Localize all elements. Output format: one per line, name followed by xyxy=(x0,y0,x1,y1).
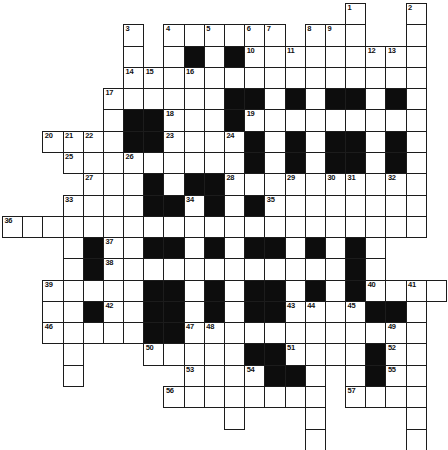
white-cell[interactable] xyxy=(204,216,225,238)
clue-number: 6 xyxy=(247,25,251,33)
white-cell[interactable] xyxy=(204,258,225,280)
clue-number: 2 xyxy=(408,4,412,12)
white-cell[interactable] xyxy=(325,67,346,89)
black-cell xyxy=(224,109,245,131)
white-cell[interactable] xyxy=(345,67,366,89)
white-cell[interactable] xyxy=(123,258,144,280)
white-cell[interactable]: 20 xyxy=(42,131,63,153)
white-cell[interactable]: 22 xyxy=(83,131,104,153)
white-cell[interactable] xyxy=(103,280,124,302)
white-cell[interactable] xyxy=(426,280,447,302)
clue-number: 56 xyxy=(166,387,174,395)
black-cell xyxy=(264,237,285,259)
white-cell[interactable] xyxy=(42,216,63,238)
black-cell xyxy=(365,365,386,387)
white-cell[interactable] xyxy=(204,88,225,110)
white-cell[interactable] xyxy=(264,173,285,195)
white-cell[interactable] xyxy=(184,24,205,46)
clue-number: 19 xyxy=(247,110,255,118)
clue-number: 9 xyxy=(327,25,331,33)
white-cell[interactable]: 48 xyxy=(204,322,225,344)
white-cell[interactable]: 17 xyxy=(103,88,124,110)
white-cell[interactable] xyxy=(285,258,306,280)
white-cell[interactable] xyxy=(406,173,427,195)
clue-number: 43 xyxy=(287,302,295,310)
white-cell[interactable] xyxy=(184,301,205,323)
white-cell[interactable]: 34 xyxy=(184,195,205,217)
white-cell[interactable] xyxy=(103,195,124,217)
white-cell[interactable] xyxy=(123,237,144,259)
white-cell[interactable] xyxy=(264,67,285,89)
white-cell[interactable] xyxy=(83,322,104,344)
white-cell[interactable] xyxy=(345,46,366,68)
white-cell[interactable] xyxy=(204,109,225,131)
white-cell[interactable]: 18 xyxy=(163,109,184,131)
white-cell[interactable] xyxy=(305,173,326,195)
black-cell xyxy=(385,131,406,153)
white-cell[interactable] xyxy=(345,216,366,238)
black-cell xyxy=(244,88,265,110)
white-cell[interactable] xyxy=(365,258,386,280)
white-cell[interactable] xyxy=(325,258,346,280)
white-cell[interactable] xyxy=(224,216,245,238)
white-cell[interactable] xyxy=(244,322,265,344)
clue-number: 37 xyxy=(105,238,113,246)
black-cell xyxy=(244,343,265,365)
white-cell[interactable] xyxy=(204,365,225,387)
white-cell[interactable] xyxy=(163,46,184,68)
clue-number: 33 xyxy=(65,196,73,204)
black-cell xyxy=(143,280,164,302)
white-cell[interactable] xyxy=(285,322,306,344)
white-cell[interactable] xyxy=(305,386,326,408)
white-cell[interactable] xyxy=(365,195,386,217)
white-cell[interactable] xyxy=(204,46,225,68)
white-cell[interactable] xyxy=(305,322,326,344)
white-cell[interactable]: 30 xyxy=(325,173,346,195)
white-cell[interactable]: 42 xyxy=(103,301,124,323)
white-cell[interactable] xyxy=(264,258,285,280)
white-cell[interactable] xyxy=(345,365,366,387)
white-cell[interactable]: 25 xyxy=(63,152,84,174)
white-cell[interactable] xyxy=(163,67,184,89)
white-cell[interactable] xyxy=(325,216,346,238)
white-cell[interactable] xyxy=(244,67,265,89)
white-cell[interactable]: 46 xyxy=(42,322,63,344)
white-cell[interactable] xyxy=(385,280,406,302)
white-cell[interactable] xyxy=(224,407,245,429)
white-cell[interactable] xyxy=(305,152,326,174)
white-cell[interactable] xyxy=(42,301,63,323)
white-cell[interactable] xyxy=(285,67,306,89)
white-cell[interactable] xyxy=(325,46,346,68)
white-cell[interactable]: 53 xyxy=(184,365,205,387)
white-cell[interactable] xyxy=(163,88,184,110)
white-cell[interactable]: 35 xyxy=(264,195,285,217)
clue-number: 31 xyxy=(348,174,356,182)
white-cell[interactable] xyxy=(83,195,104,217)
clue-number: 52 xyxy=(388,344,396,352)
white-cell[interactable] xyxy=(385,216,406,238)
white-cell[interactable] xyxy=(305,46,326,68)
white-cell[interactable] xyxy=(264,152,285,174)
black-cell xyxy=(285,131,306,153)
white-cell[interactable]: 51 xyxy=(285,343,306,365)
white-cell[interactable] xyxy=(325,280,346,302)
white-cell[interactable] xyxy=(123,46,144,68)
black-cell xyxy=(224,88,245,110)
white-cell[interactable] xyxy=(244,216,265,238)
white-cell[interactable] xyxy=(305,195,326,217)
white-cell[interactable] xyxy=(103,131,124,153)
white-cell[interactable]: 2 xyxy=(406,3,427,25)
black-cell xyxy=(204,280,225,302)
black-cell xyxy=(83,258,104,280)
black-cell xyxy=(345,152,366,174)
clue-number: 47 xyxy=(186,323,194,331)
clue-number: 30 xyxy=(327,174,335,182)
white-cell[interactable] xyxy=(123,301,144,323)
white-cell[interactable] xyxy=(224,343,245,365)
white-cell[interactable]: 29 xyxy=(285,173,306,195)
white-cell[interactable]: 15 xyxy=(143,67,164,89)
white-cell[interactable] xyxy=(385,109,406,131)
white-cell[interactable] xyxy=(285,386,306,408)
white-cell[interactable] xyxy=(305,67,326,89)
white-cell[interactable]: 44 xyxy=(305,301,326,323)
white-cell[interactable] xyxy=(406,88,427,110)
white-cell[interactable] xyxy=(365,216,386,238)
white-cell[interactable] xyxy=(345,343,366,365)
white-cell[interactable]: 47 xyxy=(184,322,205,344)
white-cell[interactable]: 27 xyxy=(83,173,104,195)
white-cell[interactable] xyxy=(244,173,265,195)
white-cell[interactable] xyxy=(285,216,306,238)
white-cell[interactable]: 21 xyxy=(63,131,84,153)
black-cell xyxy=(184,46,205,68)
white-cell[interactable]: 16 xyxy=(184,67,205,89)
white-cell[interactable]: 5 xyxy=(204,24,225,46)
black-cell xyxy=(143,173,164,195)
white-cell[interactable] xyxy=(163,258,184,280)
white-cell[interactable] xyxy=(305,258,326,280)
white-cell[interactable] xyxy=(22,216,43,238)
white-cell[interactable] xyxy=(83,152,104,174)
white-cell[interactable] xyxy=(406,301,427,323)
white-cell[interactable] xyxy=(406,322,427,344)
white-cell[interactable] xyxy=(406,67,427,89)
white-cell[interactable] xyxy=(406,343,427,365)
white-cell[interactable] xyxy=(184,88,205,110)
white-cell[interactable]: 14 xyxy=(123,67,144,89)
white-cell[interactable] xyxy=(224,152,245,174)
white-cell[interactable] xyxy=(406,152,427,174)
white-cell[interactable]: 23 xyxy=(163,131,184,153)
white-cell[interactable] xyxy=(143,216,164,238)
black-cell xyxy=(244,152,265,174)
clue-number: 12 xyxy=(368,47,376,55)
clue-number: 44 xyxy=(307,302,315,310)
white-cell[interactable] xyxy=(184,216,205,238)
white-cell[interactable]: 31 xyxy=(345,173,366,195)
white-cell[interactable] xyxy=(163,152,184,174)
white-cell[interactable] xyxy=(163,216,184,238)
white-cell[interactable] xyxy=(224,301,245,323)
white-cell[interactable]: 32 xyxy=(385,173,406,195)
white-cell[interactable] xyxy=(345,195,366,217)
white-cell[interactable] xyxy=(123,216,144,238)
white-cell[interactable]: 26 xyxy=(123,152,144,174)
black-cell xyxy=(244,131,265,153)
white-cell[interactable]: 10 xyxy=(244,46,265,68)
white-cell[interactable] xyxy=(264,131,285,153)
white-cell[interactable] xyxy=(103,322,124,344)
white-cell[interactable] xyxy=(163,343,184,365)
white-cell[interactable] xyxy=(365,131,386,153)
white-cell[interactable] xyxy=(264,216,285,238)
white-cell[interactable]: 7 xyxy=(264,24,285,46)
black-cell xyxy=(204,237,225,259)
white-cell[interactable]: 54 xyxy=(244,365,265,387)
white-cell[interactable] xyxy=(365,67,386,89)
white-cell[interactable] xyxy=(123,195,144,217)
white-cell[interactable] xyxy=(63,322,84,344)
black-cell xyxy=(345,280,366,302)
white-cell[interactable] xyxy=(123,88,144,110)
clue-number: 48 xyxy=(206,323,214,331)
clue-number: 29 xyxy=(287,174,295,182)
white-cell[interactable] xyxy=(305,365,326,387)
white-cell[interactable] xyxy=(345,322,366,344)
white-cell[interactable] xyxy=(184,237,205,259)
white-cell[interactable] xyxy=(204,67,225,89)
white-cell[interactable] xyxy=(345,109,366,131)
white-cell[interactable]: 1 xyxy=(345,3,366,25)
white-cell[interactable] xyxy=(345,24,366,46)
white-cell[interactable] xyxy=(406,429,427,450)
white-cell[interactable]: 33 xyxy=(63,195,84,217)
white-cell[interactable] xyxy=(244,258,265,280)
white-cell[interactable] xyxy=(224,386,245,408)
clue-number: 49 xyxy=(388,323,396,331)
white-cell[interactable]: 36 xyxy=(2,216,23,238)
white-cell[interactable] xyxy=(103,109,124,131)
white-cell[interactable] xyxy=(123,322,144,344)
white-cell[interactable]: 37 xyxy=(103,237,124,259)
white-cell[interactable] xyxy=(305,343,326,365)
white-cell[interactable] xyxy=(224,280,245,302)
white-cell[interactable] xyxy=(325,195,346,217)
white-cell[interactable] xyxy=(224,24,245,46)
white-cell[interactable] xyxy=(103,173,124,195)
white-cell[interactable] xyxy=(406,365,427,387)
white-cell[interactable] xyxy=(63,343,84,365)
white-cell[interactable] xyxy=(264,322,285,344)
white-cell[interactable] xyxy=(305,429,326,450)
white-cell[interactable] xyxy=(385,195,406,217)
black-cell xyxy=(264,365,285,387)
white-cell[interactable] xyxy=(184,343,205,365)
white-cell[interactable] xyxy=(184,152,205,174)
white-cell[interactable] xyxy=(406,216,427,238)
white-cell[interactable] xyxy=(184,258,205,280)
white-cell[interactable] xyxy=(264,386,285,408)
white-cell[interactable] xyxy=(123,280,144,302)
black-cell xyxy=(244,195,265,217)
white-cell[interactable]: 45 xyxy=(345,301,366,323)
white-cell[interactable]: 13 xyxy=(385,46,406,68)
white-cell[interactable] xyxy=(325,343,346,365)
clue-number: 39 xyxy=(45,281,53,289)
white-cell[interactable] xyxy=(305,109,326,131)
white-cell[interactable] xyxy=(224,258,245,280)
white-cell[interactable] xyxy=(224,195,245,217)
white-cell[interactable] xyxy=(143,152,164,174)
white-cell[interactable] xyxy=(285,280,306,302)
white-cell[interactable] xyxy=(385,67,406,89)
white-cell[interactable]: 8 xyxy=(305,24,326,46)
white-cell[interactable]: 19 xyxy=(244,109,265,131)
clue-number: 38 xyxy=(105,259,113,267)
white-cell[interactable] xyxy=(285,237,306,259)
white-cell[interactable] xyxy=(143,258,164,280)
white-cell[interactable]: 3 xyxy=(123,24,144,46)
white-cell[interactable] xyxy=(184,131,205,153)
white-cell[interactable]: 28 xyxy=(224,173,245,195)
white-cell[interactable] xyxy=(406,109,427,131)
white-cell[interactable] xyxy=(103,152,124,174)
white-cell[interactable] xyxy=(305,88,326,110)
white-cell[interactable]: 57 xyxy=(345,386,366,408)
white-cell[interactable] xyxy=(305,131,326,153)
black-cell xyxy=(244,280,265,302)
white-cell[interactable] xyxy=(224,322,245,344)
white-cell[interactable] xyxy=(163,173,184,195)
white-cell[interactable] xyxy=(184,386,205,408)
white-cell[interactable] xyxy=(264,88,285,110)
white-cell[interactable] xyxy=(224,67,245,89)
clue-number: 32 xyxy=(388,174,396,182)
white-cell[interactable] xyxy=(264,109,285,131)
white-cell[interactable] xyxy=(406,46,427,68)
puzzle-page: 1234567891011121314151617181920212223242… xyxy=(0,0,448,450)
white-cell[interactable]: 41 xyxy=(406,280,427,302)
clue-number: 41 xyxy=(408,281,416,289)
white-cell[interactable]: 49 xyxy=(385,322,406,344)
white-cell[interactable] xyxy=(365,152,386,174)
clue-number: 10 xyxy=(247,47,255,55)
white-cell[interactable] xyxy=(143,88,164,110)
white-cell[interactable] xyxy=(365,88,386,110)
white-cell[interactable] xyxy=(406,195,427,217)
black-cell xyxy=(143,237,164,259)
clue-number: 51 xyxy=(287,344,295,352)
white-cell[interactable] xyxy=(63,216,84,238)
white-cell[interactable] xyxy=(325,237,346,259)
white-cell[interactable] xyxy=(305,216,326,238)
white-cell[interactable] xyxy=(244,386,265,408)
white-cell[interactable] xyxy=(204,152,225,174)
white-cell[interactable] xyxy=(63,301,84,323)
clue-number: 4 xyxy=(166,25,170,33)
white-cell[interactable] xyxy=(224,237,245,259)
white-cell[interactable] xyxy=(406,24,427,46)
clue-number: 24 xyxy=(226,132,234,140)
white-cell[interactable]: 38 xyxy=(103,258,124,280)
white-cell[interactable] xyxy=(285,109,306,131)
crossword-grid: 1234567891011121314151617181920212223242… xyxy=(0,0,448,450)
white-cell[interactable] xyxy=(365,386,386,408)
white-cell[interactable] xyxy=(63,280,84,302)
white-cell[interactable]: 11 xyxy=(285,46,306,68)
black-cell xyxy=(163,322,184,344)
white-cell[interactable]: 4 xyxy=(163,24,184,46)
white-cell[interactable]: 40 xyxy=(365,280,386,302)
white-cell[interactable] xyxy=(224,365,245,387)
white-cell[interactable]: 55 xyxy=(385,365,406,387)
white-cell[interactable] xyxy=(365,109,386,131)
white-cell[interactable] xyxy=(365,322,386,344)
white-cell[interactable] xyxy=(365,173,386,195)
white-cell[interactable] xyxy=(406,386,427,408)
black-cell xyxy=(204,195,225,217)
white-cell[interactable] xyxy=(63,237,84,259)
white-cell[interactable] xyxy=(204,386,225,408)
black-cell xyxy=(244,237,265,259)
white-cell[interactable]: 56 xyxy=(163,386,184,408)
white-cell[interactable]: 43 xyxy=(285,301,306,323)
white-cell[interactable]: 52 xyxy=(385,343,406,365)
white-cell[interactable] xyxy=(184,109,205,131)
white-cell[interactable]: 39 xyxy=(42,280,63,302)
white-cell[interactable] xyxy=(63,365,84,387)
white-cell[interactable] xyxy=(83,216,104,238)
white-cell[interactable] xyxy=(285,195,306,217)
white-cell[interactable] xyxy=(365,237,386,259)
white-cell[interactable] xyxy=(184,280,205,302)
white-cell[interactable] xyxy=(123,173,144,195)
white-cell[interactable]: 6 xyxy=(244,24,265,46)
white-cell[interactable]: 24 xyxy=(224,131,245,153)
white-cell[interactable] xyxy=(385,386,406,408)
white-cell[interactable] xyxy=(325,322,346,344)
clue-number: 8 xyxy=(307,25,311,33)
black-cell xyxy=(285,88,306,110)
white-cell[interactable] xyxy=(103,216,124,238)
white-cell[interactable] xyxy=(406,407,427,429)
black-cell xyxy=(163,237,184,259)
white-cell[interactable] xyxy=(305,407,326,429)
black-cell xyxy=(143,301,164,323)
black-cell xyxy=(83,237,104,259)
white-cell[interactable] xyxy=(83,280,104,302)
white-cell[interactable] xyxy=(264,46,285,68)
white-cell[interactable] xyxy=(204,131,225,153)
white-cell[interactable] xyxy=(325,109,346,131)
white-cell[interactable] xyxy=(204,343,225,365)
white-cell[interactable] xyxy=(406,131,427,153)
white-cell[interactable] xyxy=(325,301,346,323)
clue-number: 26 xyxy=(126,153,134,161)
black-cell xyxy=(123,109,144,131)
white-cell[interactable] xyxy=(63,258,84,280)
black-cell xyxy=(204,173,225,195)
clue-number: 11 xyxy=(287,47,294,55)
clue-number: 27 xyxy=(85,174,93,182)
white-cell[interactable]: 50 xyxy=(143,343,164,365)
white-cell[interactable]: 9 xyxy=(325,24,346,46)
white-cell[interactable]: 12 xyxy=(365,46,386,68)
